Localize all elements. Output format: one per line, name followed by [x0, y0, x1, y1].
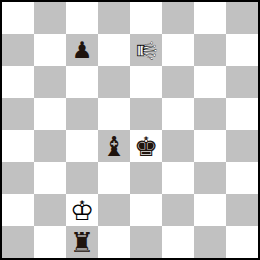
square-d3[interactable] — [98, 162, 130, 194]
square-h1[interactable] — [226, 226, 258, 258]
square-a6[interactable] — [2, 66, 34, 98]
square-h3[interactable] — [226, 162, 258, 194]
square-c6[interactable] — [66, 66, 98, 98]
square-c5[interactable] — [66, 98, 98, 130]
piece-black-king[interactable]: ♚ — [134, 133, 158, 160]
square-h5[interactable] — [226, 98, 258, 130]
square-b4[interactable] — [34, 130, 66, 162]
square-f5[interactable] — [162, 98, 194, 130]
square-e5[interactable] — [130, 98, 162, 130]
square-f7[interactable] — [162, 34, 194, 66]
square-f8[interactable] — [162, 2, 194, 34]
square-a5[interactable] — [2, 98, 34, 130]
square-g3[interactable] — [194, 162, 226, 194]
square-a1[interactable] — [2, 226, 34, 258]
square-g7[interactable] — [194, 34, 226, 66]
square-d6[interactable] — [98, 66, 130, 98]
square-g5[interactable] — [194, 98, 226, 130]
square-d4[interactable]: ♝ — [98, 130, 130, 162]
square-d2[interactable] — [98, 194, 130, 226]
square-g1[interactable] — [194, 226, 226, 258]
square-c2[interactable]: ♚♔ — [66, 194, 98, 226]
board-frame: ♟♛♕♝♚♚♔♜ — [0, 0, 260, 260]
square-f2[interactable] — [162, 194, 194, 226]
square-b7[interactable] — [34, 34, 66, 66]
square-c4[interactable] — [66, 130, 98, 162]
square-f1[interactable] — [162, 226, 194, 258]
square-a2[interactable] — [2, 194, 34, 226]
square-d5[interactable] — [98, 98, 130, 130]
square-h7[interactable] — [226, 34, 258, 66]
square-e1[interactable] — [130, 226, 162, 258]
square-b1[interactable] — [34, 226, 66, 258]
square-h6[interactable] — [226, 66, 258, 98]
piece-black-bishop[interactable]: ♝ — [102, 133, 126, 160]
square-h8[interactable] — [226, 2, 258, 34]
square-b6[interactable] — [34, 66, 66, 98]
square-c7[interactable]: ♟ — [66, 34, 98, 66]
square-f4[interactable] — [162, 130, 194, 162]
square-a3[interactable] — [2, 162, 34, 194]
square-b2[interactable] — [34, 194, 66, 226]
chess-board: ♟♛♕♝♚♚♔♜ — [2, 2, 258, 258]
square-h4[interactable] — [226, 130, 258, 162]
square-a4[interactable] — [2, 130, 34, 162]
square-d1[interactable] — [98, 226, 130, 258]
square-a7[interactable] — [2, 34, 34, 66]
square-e6[interactable] — [130, 66, 162, 98]
square-g4[interactable] — [194, 130, 226, 162]
square-e4[interactable]: ♚ — [130, 130, 162, 162]
square-f3[interactable] — [162, 162, 194, 194]
square-b3[interactable] — [34, 162, 66, 194]
square-g6[interactable] — [194, 66, 226, 98]
square-a8[interactable] — [2, 2, 34, 34]
square-g2[interactable] — [194, 194, 226, 226]
square-c8[interactable] — [66, 2, 98, 34]
square-d7[interactable] — [98, 34, 130, 66]
square-f6[interactable] — [162, 66, 194, 98]
square-e3[interactable] — [130, 162, 162, 194]
square-e7[interactable]: ♛♕ — [130, 34, 162, 66]
square-e8[interactable] — [130, 2, 162, 34]
square-b5[interactable] — [34, 98, 66, 130]
queen-outline-icon: ♕ — [133, 38, 160, 62]
piece-white-king[interactable]: ♚♔ — [70, 197, 94, 224]
piece-white-queen[interactable]: ♛♕ — [133, 38, 160, 62]
square-c3[interactable] — [66, 162, 98, 194]
king-outline-icon: ♔ — [70, 197, 94, 224]
square-c1[interactable]: ♜ — [66, 226, 98, 258]
square-d8[interactable] — [98, 2, 130, 34]
square-e2[interactable] — [130, 194, 162, 226]
square-g8[interactable] — [194, 2, 226, 34]
square-h2[interactable] — [226, 194, 258, 226]
square-b8[interactable] — [34, 2, 66, 34]
piece-black-pawn[interactable]: ♟ — [72, 39, 93, 62]
piece-black-rook[interactable]: ♜ — [70, 229, 94, 256]
